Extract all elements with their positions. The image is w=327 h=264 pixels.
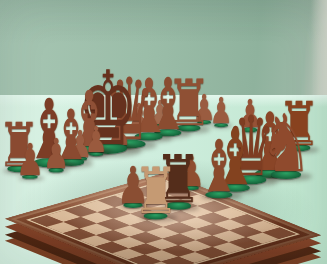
background-wall — [0, 0, 327, 97]
wall-light-strip — [311, 0, 327, 97]
chess-set-photo: ♟♟♟♜♟♟♝♝♛♟♜♚♝♟♟♝♝♜♟♝♞♟♛♝♟♝♟♜♜ — [0, 0, 327, 264]
